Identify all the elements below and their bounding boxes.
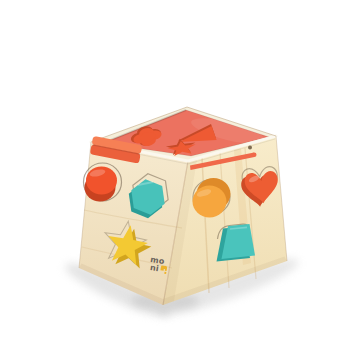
logo-line-2: ni <box>149 263 159 273</box>
string-hole <box>248 146 252 150</box>
band-stripe-end <box>252 153 256 157</box>
shape-sorter-cube-illustration: mo ni <box>0 0 360 360</box>
elephant-foot-dot <box>164 272 166 274</box>
product-photo: mo ni <box>0 0 360 360</box>
